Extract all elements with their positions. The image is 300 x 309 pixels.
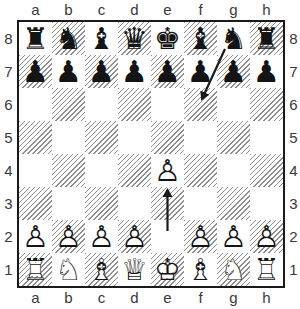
square-c6[interactable] bbox=[85, 88, 118, 121]
white-p-piece[interactable]: ♟♙ bbox=[151, 154, 184, 187]
square-e2[interactable] bbox=[151, 220, 184, 253]
black-n-piece[interactable]: ♞ bbox=[220, 24, 247, 54]
rank-label-1: 1 bbox=[287, 253, 300, 286]
black-p-piece[interactable]: ♟ bbox=[88, 57, 115, 87]
square-c3[interactable] bbox=[85, 187, 118, 220]
white-r-piece[interactable]: ♜♖ bbox=[250, 253, 283, 286]
square-f7[interactable]: ♟ bbox=[184, 55, 217, 88]
file-label-c: c bbox=[85, 288, 118, 309]
piece-outline: ♙ bbox=[52, 220, 85, 253]
square-e7[interactable]: ♟ bbox=[151, 55, 184, 88]
square-d1[interactable]: ♛♕ bbox=[118, 253, 151, 286]
square-g5[interactable] bbox=[217, 121, 250, 154]
black-k-piece[interactable]: ♚ bbox=[154, 24, 181, 54]
square-c1[interactable]: ♝♗ bbox=[85, 253, 118, 286]
file-label-d: d bbox=[118, 0, 151, 20]
rank-label-2: 2 bbox=[287, 220, 300, 253]
square-g4[interactable] bbox=[217, 154, 250, 187]
rank-label-8: 8 bbox=[0, 22, 17, 55]
square-f3[interactable] bbox=[184, 187, 217, 220]
square-e3[interactable] bbox=[151, 187, 184, 220]
square-d3[interactable] bbox=[118, 187, 151, 220]
square-a8[interactable]: ♜ bbox=[19, 22, 52, 55]
piece-outline: ♘ bbox=[217, 253, 250, 286]
piece-outline: ♙ bbox=[217, 220, 250, 253]
black-r-piece[interactable]: ♜ bbox=[22, 24, 49, 54]
file-label-f: f bbox=[184, 0, 217, 20]
chess-board: ♜♞♝♛♚♝♞♜♟♟♟♟♟♟♟♟♟♙♟♙♟♙♟♙♟♙♟♙♟♙♟♙♜♖♞♘♝♗♛♕… bbox=[17, 20, 285, 288]
black-q-piece[interactable]: ♛ bbox=[121, 24, 148, 54]
square-g7[interactable]: ♟ bbox=[217, 55, 250, 88]
square-c4[interactable] bbox=[85, 154, 118, 187]
square-d7[interactable]: ♟ bbox=[118, 55, 151, 88]
rank-label-4: 4 bbox=[0, 154, 17, 187]
black-b-piece[interactable]: ♝ bbox=[88, 24, 115, 54]
rank-label-4: 4 bbox=[287, 154, 300, 187]
square-b3[interactable] bbox=[52, 187, 85, 220]
square-d6[interactable] bbox=[118, 88, 151, 121]
square-f8[interactable]: ♝ bbox=[184, 22, 217, 55]
piece-outline: ♗ bbox=[184, 253, 217, 286]
piece-outline: ♗ bbox=[85, 253, 118, 286]
square-c5[interactable] bbox=[85, 121, 118, 154]
file-label-b: b bbox=[52, 288, 85, 309]
square-h2[interactable]: ♟♙ bbox=[250, 220, 283, 253]
square-d4[interactable] bbox=[118, 154, 151, 187]
square-g6[interactable] bbox=[217, 88, 250, 121]
square-d2[interactable]: ♟♙ bbox=[118, 220, 151, 253]
square-b8[interactable]: ♞ bbox=[52, 22, 85, 55]
square-a4[interactable] bbox=[19, 154, 52, 187]
black-p-piece[interactable]: ♟ bbox=[154, 57, 181, 87]
white-p-piece[interactable]: ♟♙ bbox=[250, 220, 283, 253]
chess-diagram: abcdefgh 87654321 ♜♞♝♛♚♝♞♜♟♟♟♟♟♟♟♟♟♙♟♙♟♙… bbox=[0, 0, 300, 309]
file-label-e: e bbox=[151, 0, 184, 20]
square-h7[interactable]: ♟ bbox=[250, 55, 283, 88]
black-p-piece[interactable]: ♟ bbox=[55, 57, 82, 87]
square-h1[interactable]: ♜♖ bbox=[250, 253, 283, 286]
black-b-piece[interactable]: ♝ bbox=[187, 24, 214, 54]
white-b-piece[interactable]: ♝♗ bbox=[85, 253, 118, 286]
square-g8[interactable]: ♞ bbox=[217, 22, 250, 55]
file-labels-top: abcdefgh bbox=[19, 0, 283, 20]
square-e6[interactable] bbox=[151, 88, 184, 121]
square-b4[interactable] bbox=[52, 154, 85, 187]
square-b7[interactable]: ♟ bbox=[52, 55, 85, 88]
black-p-piece[interactable]: ♟ bbox=[121, 57, 148, 87]
white-p-piece[interactable]: ♟♙ bbox=[85, 220, 118, 253]
file-labels-bottom: abcdefgh bbox=[19, 288, 283, 309]
piece-outline: ♙ bbox=[151, 154, 184, 187]
rank-label-8: 8 bbox=[287, 22, 300, 55]
rank-labels-right: 87654321 bbox=[287, 22, 300, 286]
square-f4[interactable] bbox=[184, 154, 217, 187]
white-p-piece[interactable]: ♟♙ bbox=[118, 220, 151, 253]
square-b2[interactable]: ♟♙ bbox=[52, 220, 85, 253]
piece-outline: ♘ bbox=[52, 253, 85, 286]
rank-label-6: 6 bbox=[0, 88, 17, 121]
square-a2[interactable]: ♟♙ bbox=[19, 220, 52, 253]
piece-outline: ♙ bbox=[19, 220, 52, 253]
square-b6[interactable] bbox=[52, 88, 85, 121]
rank-label-3: 3 bbox=[287, 187, 300, 220]
square-h4[interactable] bbox=[250, 154, 283, 187]
rank-label-7: 7 bbox=[287, 55, 300, 88]
square-g1[interactable]: ♞♘ bbox=[217, 253, 250, 286]
piece-outline: ♙ bbox=[85, 220, 118, 253]
square-c2[interactable]: ♟♙ bbox=[85, 220, 118, 253]
square-e8[interactable]: ♚ bbox=[151, 22, 184, 55]
white-p-piece[interactable]: ♟♙ bbox=[184, 220, 217, 253]
square-c7[interactable]: ♟ bbox=[85, 55, 118, 88]
black-p-piece[interactable]: ♟ bbox=[187, 57, 214, 87]
rank-label-5: 5 bbox=[287, 121, 300, 154]
square-h3[interactable] bbox=[250, 187, 283, 220]
piece-outline: ♙ bbox=[184, 220, 217, 253]
file-label-a: a bbox=[19, 0, 52, 20]
file-label-a: a bbox=[19, 288, 52, 309]
white-k-piece[interactable]: ♚♔ bbox=[151, 253, 184, 286]
rank-label-3: 3 bbox=[0, 187, 17, 220]
rank-label-2: 2 bbox=[0, 220, 17, 253]
black-r-piece[interactable]: ♜ bbox=[253, 24, 280, 54]
square-a3[interactable] bbox=[19, 187, 52, 220]
square-h5[interactable] bbox=[250, 121, 283, 154]
file-label-h: h bbox=[250, 0, 283, 20]
square-d8[interactable]: ♛ bbox=[118, 22, 151, 55]
square-f1[interactable]: ♝♗ bbox=[184, 253, 217, 286]
square-d5[interactable] bbox=[118, 121, 151, 154]
square-f5[interactable] bbox=[184, 121, 217, 154]
piece-outline: ♕ bbox=[118, 253, 151, 286]
white-n-piece[interactable]: ♞♘ bbox=[217, 253, 250, 286]
file-label-c: c bbox=[85, 0, 118, 20]
file-label-e: e bbox=[151, 288, 184, 309]
file-label-g: g bbox=[217, 0, 250, 20]
square-c8[interactable]: ♝ bbox=[85, 22, 118, 55]
rank-label-7: 7 bbox=[0, 55, 17, 88]
white-n-piece[interactable]: ♞♘ bbox=[52, 253, 85, 286]
white-q-piece[interactable]: ♛♕ bbox=[118, 253, 151, 286]
file-label-f: f bbox=[184, 288, 217, 309]
file-label-b: b bbox=[52, 0, 85, 20]
white-p-piece[interactable]: ♟♙ bbox=[52, 220, 85, 253]
square-e5[interactable] bbox=[151, 121, 184, 154]
board-squares: ♜♞♝♛♚♝♞♜♟♟♟♟♟♟♟♟♟♙♟♙♟♙♟♙♟♙♟♙♟♙♟♙♜♖♞♘♝♗♛♕… bbox=[19, 22, 283, 286]
black-p-piece[interactable]: ♟ bbox=[220, 57, 247, 87]
black-p-piece[interactable]: ♟ bbox=[22, 57, 49, 87]
square-b5[interactable] bbox=[52, 121, 85, 154]
file-label-d: d bbox=[118, 288, 151, 309]
square-g2[interactable]: ♟♙ bbox=[217, 220, 250, 253]
piece-outline: ♙ bbox=[250, 220, 283, 253]
rank-labels-left: 87654321 bbox=[0, 22, 17, 286]
square-e4[interactable]: ♟♙ bbox=[151, 154, 184, 187]
white-p-piece[interactable]: ♟♙ bbox=[19, 220, 52, 253]
piece-outline: ♙ bbox=[118, 220, 151, 253]
piece-outline: ♖ bbox=[250, 253, 283, 286]
square-e1[interactable]: ♚♔ bbox=[151, 253, 184, 286]
rank-label-1: 1 bbox=[0, 253, 17, 286]
black-n-piece[interactable]: ♞ bbox=[55, 24, 82, 54]
square-g3[interactable] bbox=[217, 187, 250, 220]
rank-label-6: 6 bbox=[287, 88, 300, 121]
white-p-piece[interactable]: ♟♙ bbox=[217, 220, 250, 253]
white-r-piece[interactable]: ♜♖ bbox=[19, 253, 52, 286]
square-a6[interactable] bbox=[19, 88, 52, 121]
square-f2[interactable]: ♟♙ bbox=[184, 220, 217, 253]
square-f6[interactable] bbox=[184, 88, 217, 121]
black-p-piece[interactable]: ♟ bbox=[253, 57, 280, 87]
square-b1[interactable]: ♞♘ bbox=[52, 253, 85, 286]
square-a7[interactable]: ♟ bbox=[19, 55, 52, 88]
square-a1[interactable]: ♜♖ bbox=[19, 253, 52, 286]
piece-outline: ♔ bbox=[151, 253, 184, 286]
rank-label-5: 5 bbox=[0, 121, 17, 154]
file-label-g: g bbox=[217, 288, 250, 309]
white-b-piece[interactable]: ♝♗ bbox=[184, 253, 217, 286]
piece-outline: ♖ bbox=[19, 253, 52, 286]
square-h6[interactable] bbox=[250, 88, 283, 121]
square-h8[interactable]: ♜ bbox=[250, 22, 283, 55]
file-label-h: h bbox=[250, 288, 283, 309]
square-a5[interactable] bbox=[19, 121, 52, 154]
